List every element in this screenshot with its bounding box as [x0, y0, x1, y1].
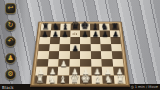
square-a4[interactable]: [37, 51, 48, 59]
square-f1[interactable]: ♝: [91, 75, 103, 84]
square-d7[interactable]: [70, 30, 80, 37]
square-e3[interactable]: [80, 59, 91, 67]
square-d4[interactable]: [69, 51, 80, 59]
white-pawn-c3[interactable]: ♟: [58, 59, 69, 67]
chess-board: ♜♞♝♛♚♝♞♜♟♟♟♟♟♟♟♟♟♟♟♟♟♟♟♟♜♞♝♛♚♝♞♜: [34, 24, 125, 84]
square-g5[interactable]: [100, 44, 111, 51]
white-knight-g1[interactable]: ♞: [103, 75, 114, 85]
square-b7[interactable]: ♟: [50, 30, 60, 37]
white-bishop-c1[interactable]: ♝: [57, 75, 68, 85]
white-bishop-f1[interactable]: ♝: [91, 75, 102, 85]
square-c5[interactable]: [59, 44, 70, 51]
square-d5[interactable]: ♟: [70, 44, 80, 51]
square-f5[interactable]: [90, 44, 101, 51]
square-c1[interactable]: ♝: [57, 75, 69, 84]
square-e6[interactable]: [80, 37, 90, 44]
black-pawn-d5[interactable]: ♟: [70, 44, 80, 52]
square-b6[interactable]: [49, 37, 60, 44]
white-rook-a1[interactable]: ♜: [34, 75, 45, 85]
square-h4[interactable]: [111, 51, 122, 59]
white-king-e1[interactable]: ♚: [80, 73, 91, 84]
black-pawn-h7[interactable]: ♟: [110, 30, 120, 37]
square-f4[interactable]: [90, 51, 101, 59]
time-control: ◷ 1 min / Move: [131, 85, 158, 89]
square-a3[interactable]: [36, 59, 48, 67]
square-h3[interactable]: [112, 59, 124, 67]
square-c6[interactable]: [60, 37, 70, 44]
black-pawn-a7[interactable]: ♟: [40, 30, 50, 37]
white-rook-h1[interactable]: ♜: [114, 75, 125, 85]
square-h1[interactable]: ♜: [113, 75, 125, 84]
square-e4[interactable]: [80, 51, 91, 59]
return-arrow-icon: ↩: [8, 5, 14, 12]
square-e1[interactable]: ♚: [80, 75, 91, 84]
square-d3[interactable]: [69, 59, 80, 67]
black-pawn-c7[interactable]: ♟: [60, 30, 70, 37]
chess-app-screen: Black ◷ 1 min / Move ♜♞♝♛♚♝♞♜♟♟♟♟♟♟♟♟♟♟♟…: [0, 0, 160, 90]
square-c4[interactable]: [59, 51, 70, 59]
square-h7[interactable]: ♟: [109, 30, 120, 37]
chess-board-frame: ♜♞♝♛♚♝♞♜♟♟♟♟♟♟♟♟♟♟♟♟♟♟♟♟♜♞♝♛♚♝♞♜ abcdefg…: [30, 22, 130, 87]
square-e5[interactable]: [80, 44, 90, 51]
square-f7[interactable]: ♟: [90, 30, 100, 37]
square-h5[interactable]: [111, 44, 122, 51]
black-pawn-f7[interactable]: ♟: [90, 30, 100, 37]
square-a5[interactable]: [38, 44, 49, 51]
square-e7[interactable]: ♟: [80, 30, 90, 37]
white-queen-d1[interactable]: ♛: [69, 73, 80, 84]
turn-label: Black: [2, 85, 14, 90]
square-c7[interactable]: ♟: [60, 30, 70, 37]
rotate-board-button[interactable]: ↻: [5, 20, 16, 31]
black-pawn-g7[interactable]: ♟: [100, 30, 110, 37]
black-pawn-e7[interactable]: ♟: [80, 30, 90, 37]
clock-icon: ◷: [131, 85, 134, 89]
gear-icon: ⚙: [7, 71, 13, 78]
undo-arrow-icon: ↶: [8, 38, 14, 45]
black-queen-d8[interactable]: ♛: [70, 21, 80, 31]
square-g4[interactable]: [101, 51, 112, 59]
square-d1[interactable]: ♛: [69, 75, 80, 84]
square-f6[interactable]: [90, 37, 100, 44]
square-b1[interactable]: ♞: [46, 75, 58, 84]
chess-piece-icon: ♟: [7, 54, 13, 61]
back-button[interactable]: ↩: [5, 3, 16, 14]
square-b5[interactable]: [49, 44, 60, 51]
square-d8[interactable]: ♛: [70, 24, 80, 30]
square-g1[interactable]: ♞: [102, 75, 114, 84]
white-knight-b1[interactable]: ♞: [46, 75, 57, 85]
settings-button[interactable]: ⚙: [5, 69, 16, 80]
square-g7[interactable]: ♟: [100, 30, 110, 37]
square-b4[interactable]: [48, 51, 59, 59]
square-f3[interactable]: [91, 59, 102, 67]
square-a7[interactable]: ♟: [40, 30, 51, 37]
square-h6[interactable]: [110, 37, 121, 44]
toolbar: ↩ ↻ ↶ ♟ ⚙: [0, 0, 21, 84]
square-b3[interactable]: [47, 59, 58, 67]
square-g6[interactable]: [100, 37, 111, 44]
rotate-icon: ↻: [8, 21, 14, 28]
undo-move-button[interactable]: ↶: [5, 36, 16, 47]
hint-button[interactable]: ♟: [5, 53, 16, 64]
last-move-from-marker: [75, 33, 76, 34]
black-pawn-b7[interactable]: ♟: [50, 30, 60, 37]
square-a1[interactable]: ♜: [34, 75, 46, 84]
square-g3[interactable]: [101, 59, 112, 67]
square-c3[interactable]: ♟: [58, 59, 69, 67]
time-label: 1 min / Move: [135, 85, 158, 89]
square-a6[interactable]: [39, 37, 50, 44]
